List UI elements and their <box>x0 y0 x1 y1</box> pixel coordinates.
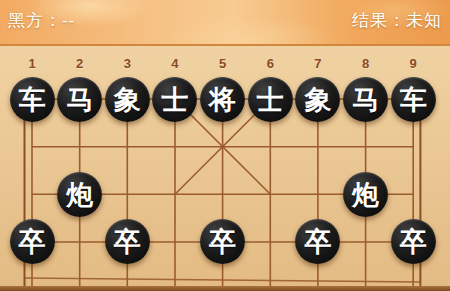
piece-character: 车 <box>19 86 46 113</box>
result-label: 结果：未知 <box>352 9 442 32</box>
board-bottom-edge <box>0 286 450 291</box>
piece-character: 卒 <box>400 228 427 255</box>
black-piece-士-file4[interactable]: 士 <box>152 77 197 122</box>
piece-character: 象 <box>114 86 141 113</box>
file-label-4: 4 <box>165 56 185 71</box>
xiangqi-board[interactable]: 123456789 车马象士将士象马车炮炮卒卒卒卒卒 <box>0 46 450 291</box>
status-bar: 黑方：-- 结果：未知 <box>0 0 450 46</box>
black-piece-象-file7[interactable]: 象 <box>295 77 340 122</box>
file-label-6: 6 <box>260 56 280 71</box>
piece-character: 马 <box>352 86 379 113</box>
black-piece-象-file3[interactable]: 象 <box>105 77 150 122</box>
file-label-2: 2 <box>70 56 90 71</box>
file-label-3: 3 <box>117 56 137 71</box>
file-label-9: 9 <box>403 56 423 71</box>
file-label-8: 8 <box>356 56 376 71</box>
file-label-5: 5 <box>213 56 233 71</box>
piece-character: 士 <box>161 86 188 113</box>
piece-character: 马 <box>66 86 93 113</box>
piece-character: 象 <box>304 86 331 113</box>
black-piece-马-file8[interactable]: 马 <box>343 77 388 122</box>
black-piece-卒-file9[interactable]: 卒 <box>391 219 436 264</box>
black-piece-卒-file3[interactable]: 卒 <box>105 219 150 264</box>
black-player-label: 黑方：-- <box>8 9 75 32</box>
piece-character: 卒 <box>114 228 141 255</box>
piece-character: 将 <box>209 86 236 113</box>
piece-character: 炮 <box>352 181 379 208</box>
black-piece-卒-file1[interactable]: 卒 <box>10 219 55 264</box>
black-piece-炮-file2[interactable]: 炮 <box>57 172 102 217</box>
piece-character: 卒 <box>209 228 236 255</box>
piece-character: 炮 <box>66 181 93 208</box>
xiangqi-app: 黑方：-- 结果：未知 <box>0 0 450 291</box>
black-piece-炮-file8[interactable]: 炮 <box>343 172 388 217</box>
piece-character: 车 <box>400 86 427 113</box>
black-piece-将-file5[interactable]: 将 <box>200 77 245 122</box>
black-piece-车-file1[interactable]: 车 <box>10 77 55 122</box>
file-label-1: 1 <box>22 56 42 71</box>
piece-character: 士 <box>257 86 284 113</box>
black-piece-士-file6[interactable]: 士 <box>248 77 293 122</box>
piece-character: 卒 <box>19 228 46 255</box>
black-piece-马-file2[interactable]: 马 <box>57 77 102 122</box>
piece-character: 卒 <box>304 228 331 255</box>
black-piece-车-file9[interactable]: 车 <box>391 77 436 122</box>
file-label-7: 7 <box>308 56 328 71</box>
